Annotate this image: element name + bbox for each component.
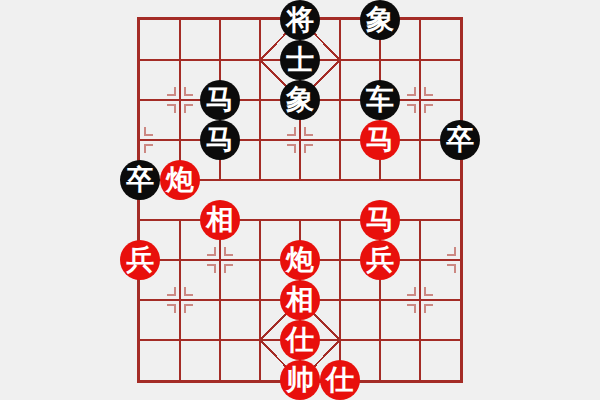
piece-red-elephant[interactable]: 相 bbox=[200, 200, 240, 240]
piece-red-advisor[interactable]: 仕 bbox=[280, 320, 320, 360]
piece-black-elephant[interactable]: 象 bbox=[280, 80, 320, 120]
board-pieces: 将象士马象车马马卒卒炮相马兵炮兵相仕帅仕 bbox=[0, 0, 600, 400]
piece-black-elephant[interactable]: 象 bbox=[360, 0, 400, 40]
piece-black-soldier[interactable]: 卒 bbox=[120, 160, 160, 200]
piece-black-advisor[interactable]: 士 bbox=[280, 40, 320, 80]
piece-black-general[interactable]: 将 bbox=[280, 0, 320, 40]
xiangqi-board: 将象士马象车马马卒卒炮相马兵炮兵相仕帅仕 bbox=[0, 0, 600, 400]
piece-red-horse[interactable]: 马 bbox=[360, 120, 400, 160]
piece-black-horse[interactable]: 马 bbox=[200, 120, 240, 160]
piece-red-elephant[interactable]: 相 bbox=[280, 280, 320, 320]
piece-black-horse[interactable]: 马 bbox=[200, 80, 240, 120]
piece-red-cannon[interactable]: 炮 bbox=[280, 240, 320, 280]
piece-black-soldier[interactable]: 卒 bbox=[440, 120, 480, 160]
piece-red-horse[interactable]: 马 bbox=[360, 200, 400, 240]
piece-black-chariot[interactable]: 车 bbox=[360, 80, 400, 120]
piece-red-soldier[interactable]: 兵 bbox=[360, 240, 400, 280]
piece-red-general[interactable]: 帅 bbox=[280, 360, 320, 400]
piece-red-soldier[interactable]: 兵 bbox=[120, 240, 160, 280]
piece-red-advisor[interactable]: 仕 bbox=[320, 360, 360, 400]
piece-red-cannon[interactable]: 炮 bbox=[160, 160, 200, 200]
